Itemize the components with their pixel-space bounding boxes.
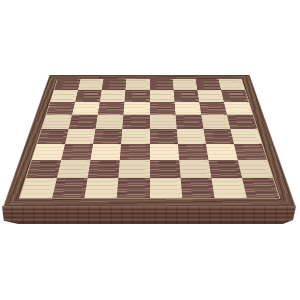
square-r3c3[interactable] [98, 102, 125, 115]
square-r4c8[interactable] [227, 115, 257, 129]
square-r2c7[interactable] [197, 90, 224, 102]
square-r2c1[interactable] [50, 90, 78, 102]
square-r5c2[interactable] [65, 129, 95, 144]
square-r4c6[interactable] [175, 115, 203, 129]
square-r4c2[interactable] [69, 115, 98, 129]
square-r2c3[interactable] [100, 90, 126, 102]
square-r2c4[interactable] [125, 90, 150, 102]
square-r2c6[interactable] [173, 90, 199, 102]
product-photo [0, 0, 300, 300]
square-r2c8[interactable] [221, 90, 249, 102]
square-r6c2[interactable] [61, 144, 93, 160]
square-r1c6[interactable] [172, 79, 197, 90]
chessboard [3, 75, 296, 207]
square-r8c3[interactable] [85, 178, 119, 198]
square-r4c4[interactable] [123, 115, 150, 129]
square-r3c5[interactable] [150, 102, 176, 115]
square-r5c3[interactable] [93, 129, 122, 144]
square-r4c5[interactable] [150, 115, 177, 129]
square-r2c5[interactable] [150, 90, 175, 102]
square-r5c8[interactable] [230, 129, 262, 144]
square-r8c8[interactable] [242, 178, 279, 198]
square-r1c4[interactable] [126, 79, 150, 90]
square-r7c6[interactable] [179, 160, 211, 178]
square-r8c2[interactable] [52, 178, 88, 198]
square-r6c3[interactable] [91, 144, 122, 160]
square-r6c6[interactable] [178, 144, 209, 160]
square-r4c3[interactable] [96, 115, 124, 129]
square-r5c4[interactable] [121, 129, 149, 144]
square-r7c7[interactable] [208, 160, 242, 178]
board-front-edge [2, 206, 296, 224]
square-r5c1[interactable] [37, 129, 69, 144]
square-r5c6[interactable] [176, 129, 205, 144]
square-r3c1[interactable] [46, 102, 75, 115]
square-r6c8[interactable] [234, 144, 267, 160]
square-r1c5[interactable] [150, 79, 174, 90]
square-r7c2[interactable] [57, 160, 91, 178]
square-r6c7[interactable] [206, 144, 238, 160]
square-r8c1[interactable] [20, 178, 57, 198]
square-r3c2[interactable] [72, 102, 100, 115]
board-grid [20, 79, 279, 198]
square-r1c7[interactable] [195, 79, 221, 90]
square-r7c3[interactable] [88, 160, 120, 178]
square-r3c4[interactable] [124, 102, 150, 115]
square-r7c8[interactable] [238, 160, 273, 178]
square-r3c8[interactable] [224, 102, 253, 115]
square-r5c7[interactable] [203, 129, 233, 144]
square-r5c5[interactable] [150, 129, 178, 144]
square-r8c6[interactable] [180, 178, 214, 198]
square-r7c4[interactable] [119, 160, 150, 178]
square-r8c5[interactable] [150, 178, 182, 198]
square-r1c1[interactable] [54, 79, 80, 90]
square-r6c1[interactable] [32, 144, 65, 160]
square-r2c2[interactable] [75, 90, 102, 102]
square-r6c5[interactable] [150, 144, 179, 160]
square-r6c4[interactable] [120, 144, 149, 160]
square-r1c8[interactable] [218, 79, 244, 90]
square-r7c1[interactable] [26, 160, 61, 178]
square-r1c3[interactable] [102, 79, 127, 90]
square-r8c7[interactable] [211, 178, 247, 198]
square-r4c7[interactable] [201, 115, 230, 129]
square-r3c6[interactable] [174, 102, 201, 115]
square-r8c4[interactable] [117, 178, 149, 198]
square-r4c1[interactable] [42, 115, 72, 129]
square-r1c2[interactable] [78, 79, 104, 90]
square-r7c5[interactable] [150, 160, 181, 178]
square-r3c7[interactable] [199, 102, 227, 115]
